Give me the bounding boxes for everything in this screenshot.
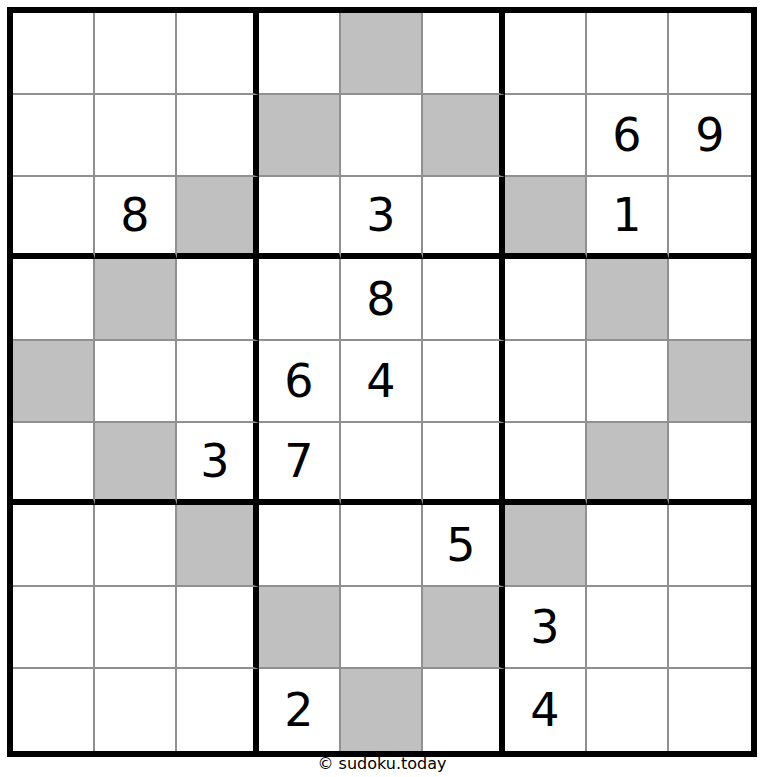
cell-r6c4[interactable]: 7 — [259, 423, 341, 505]
cell-r8c2[interactable] — [95, 587, 177, 669]
cell-r2c7[interactable] — [505, 95, 587, 177]
given-digit: 4 — [366, 358, 395, 404]
cell-r4c2[interactable] — [95, 259, 177, 341]
cell-r6c7[interactable] — [505, 423, 587, 505]
cell-r6c9[interactable] — [669, 423, 751, 505]
cell-r3c3[interactable] — [177, 177, 259, 259]
cell-r8c5[interactable] — [341, 587, 423, 669]
given-digit: 3 — [530, 604, 559, 650]
cell-r7c6[interactable]: 5 — [423, 505, 505, 587]
cell-r3c7[interactable] — [505, 177, 587, 259]
cell-r5c7[interactable] — [505, 341, 587, 423]
cell-r8c1[interactable] — [13, 587, 95, 669]
cell-r3c4[interactable] — [259, 177, 341, 259]
cell-r5c6[interactable] — [423, 341, 505, 423]
sudoku-board: 69831864375324 — [7, 7, 757, 757]
cell-r9c5[interactable] — [341, 669, 423, 751]
cell-r2c6[interactable] — [423, 95, 505, 177]
cell-r9c2[interactable] — [95, 669, 177, 751]
cell-r6c3[interactable]: 3 — [177, 423, 259, 505]
given-digit: 6 — [612, 112, 641, 158]
cell-r4c1[interactable] — [13, 259, 95, 341]
cell-r8c8[interactable] — [587, 587, 669, 669]
cell-r2c5[interactable] — [341, 95, 423, 177]
cell-r4c7[interactable] — [505, 259, 587, 341]
given-digit: 8 — [120, 192, 149, 238]
cell-r7c2[interactable] — [95, 505, 177, 587]
cell-r9c9[interactable] — [669, 669, 751, 751]
given-digit: 2 — [284, 687, 313, 733]
cell-r5c1[interactable] — [13, 341, 95, 423]
given-digit: 7 — [284, 438, 313, 484]
cell-r2c8[interactable]: 6 — [587, 95, 669, 177]
cell-r4c9[interactable] — [669, 259, 751, 341]
cell-r7c4[interactable] — [259, 505, 341, 587]
given-digit: 3 — [200, 438, 229, 484]
cell-r9c3[interactable] — [177, 669, 259, 751]
cell-r1c5[interactable] — [341, 13, 423, 95]
cell-r9c7[interactable]: 4 — [505, 669, 587, 751]
cell-r5c9[interactable] — [669, 341, 751, 423]
cell-r1c2[interactable] — [95, 13, 177, 95]
cell-r2c3[interactable] — [177, 95, 259, 177]
cell-r4c8[interactable] — [587, 259, 669, 341]
cell-r6c6[interactable] — [423, 423, 505, 505]
cell-r7c7[interactable] — [505, 505, 587, 587]
cell-r1c9[interactable] — [669, 13, 751, 95]
given-digit: 1 — [612, 192, 641, 238]
cell-r6c1[interactable] — [13, 423, 95, 505]
cell-r3c8[interactable]: 1 — [587, 177, 669, 259]
cell-r1c4[interactable] — [259, 13, 341, 95]
cell-r2c4[interactable] — [259, 95, 341, 177]
cell-r8c4[interactable] — [259, 587, 341, 669]
cell-r6c2[interactable] — [95, 423, 177, 505]
cell-r4c4[interactable] — [259, 259, 341, 341]
cell-r8c9[interactable] — [669, 587, 751, 669]
cell-r9c6[interactable] — [423, 669, 505, 751]
cell-r5c8[interactable] — [587, 341, 669, 423]
cell-r9c4[interactable]: 2 — [259, 669, 341, 751]
cell-r7c1[interactable] — [13, 505, 95, 587]
given-digit: 5 — [446, 522, 475, 568]
cell-r6c8[interactable] — [587, 423, 669, 505]
given-digit: 4 — [530, 687, 559, 733]
cell-r7c3[interactable] — [177, 505, 259, 587]
cell-r2c2[interactable] — [95, 95, 177, 177]
cell-r1c7[interactable] — [505, 13, 587, 95]
cell-r1c1[interactable] — [13, 13, 95, 95]
given-digit: 9 — [695, 112, 724, 158]
cell-r7c8[interactable] — [587, 505, 669, 587]
given-digit: 3 — [366, 192, 395, 238]
cell-r4c5[interactable]: 8 — [341, 259, 423, 341]
given-digit: 6 — [284, 358, 313, 404]
cell-r3c9[interactable] — [669, 177, 751, 259]
cell-r6c5[interactable] — [341, 423, 423, 505]
cell-r1c6[interactable] — [423, 13, 505, 95]
cell-r4c6[interactable] — [423, 259, 505, 341]
sudoku-page: 69831864375324 © sudoku.today — [0, 0, 767, 777]
cell-r3c6[interactable] — [423, 177, 505, 259]
cell-r9c1[interactable] — [13, 669, 95, 751]
cell-r8c6[interactable] — [423, 587, 505, 669]
cell-r1c8[interactable] — [587, 13, 669, 95]
cell-r5c5[interactable]: 4 — [341, 341, 423, 423]
given-digit: 8 — [366, 276, 395, 322]
cell-r3c5[interactable]: 3 — [341, 177, 423, 259]
credit-text: © sudoku.today — [7, 754, 757, 773]
cell-r8c3[interactable] — [177, 587, 259, 669]
cell-r3c1[interactable] — [13, 177, 95, 259]
cell-r5c4[interactable]: 6 — [259, 341, 341, 423]
cell-r8c7[interactable]: 3 — [505, 587, 587, 669]
cell-r1c3[interactable] — [177, 13, 259, 95]
cell-r5c3[interactable] — [177, 341, 259, 423]
cell-r5c2[interactable] — [95, 341, 177, 423]
cell-r7c5[interactable] — [341, 505, 423, 587]
cell-r3c2[interactable]: 8 — [95, 177, 177, 259]
cell-r4c3[interactable] — [177, 259, 259, 341]
cell-r7c9[interactable] — [669, 505, 751, 587]
cell-r2c1[interactable] — [13, 95, 95, 177]
cell-r2c9[interactable]: 9 — [669, 95, 751, 177]
cell-r9c8[interactable] — [587, 669, 669, 751]
